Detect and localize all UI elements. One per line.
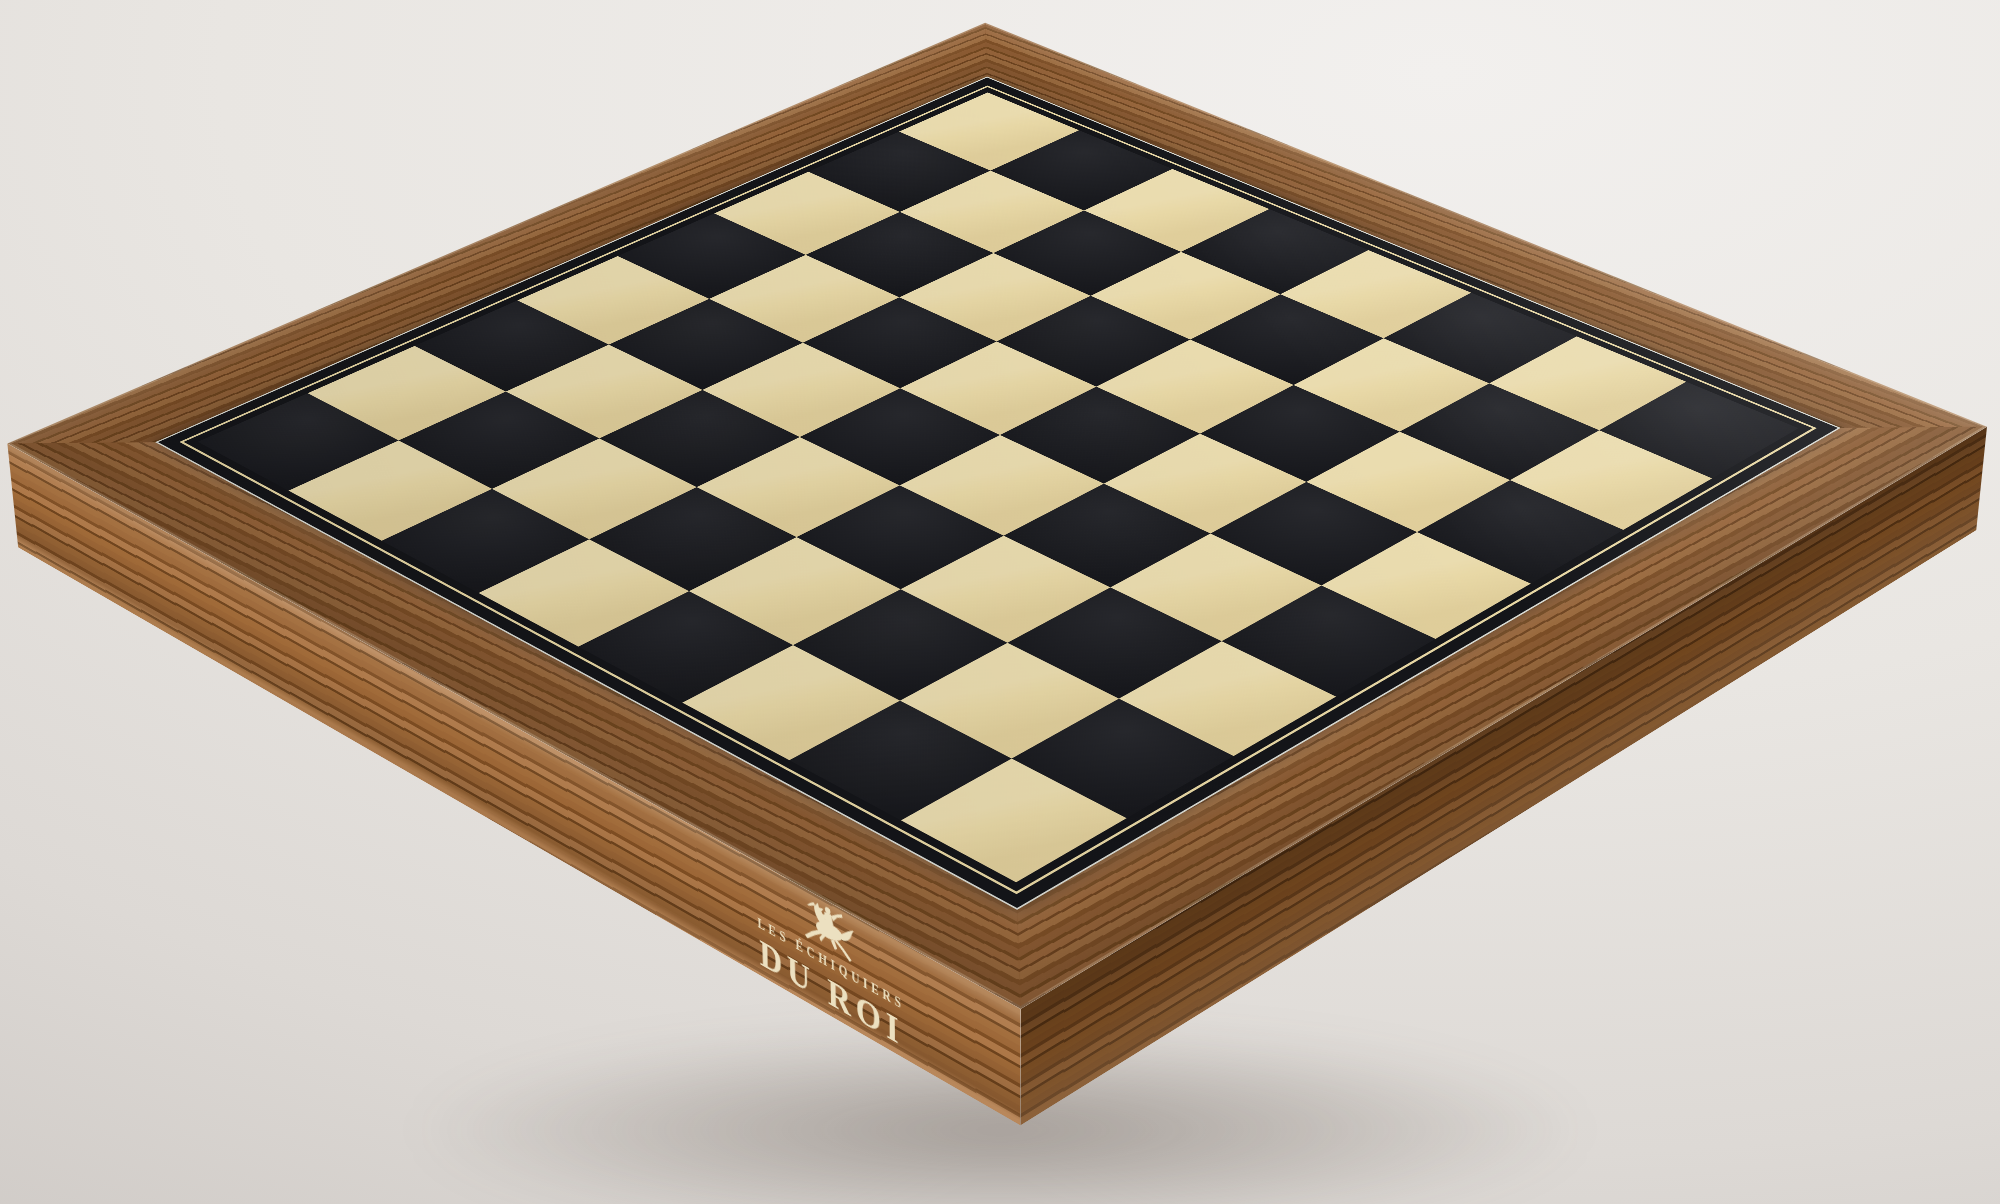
perspective-viewport: LES ÉCHIQUIERS DU ROI — [0, 0, 2000, 1204]
square-f1 — [682, 645, 900, 761]
chessboard: LES ÉCHIQUIERS DU ROI — [7, 23, 1987, 1009]
square-c2 — [492, 438, 696, 539]
square-e1 — [578, 591, 793, 703]
square-g3 — [1007, 587, 1221, 698]
square-h2 — [1012, 698, 1234, 818]
square-f4 — [1004, 483, 1211, 587]
square-d2 — [589, 487, 796, 591]
square-f2 — [793, 589, 1007, 700]
square-g1 — [789, 700, 1011, 820]
square-g2 — [900, 643, 1118, 758]
square-c1 — [382, 489, 590, 593]
square-d1 — [478, 539, 689, 647]
square-h5 — [1321, 532, 1531, 639]
square-e4 — [900, 435, 1103, 535]
frame-right-rail — [925, 390, 1987, 1009]
square-g4 — [1111, 534, 1321, 641]
square-d3 — [696, 437, 900, 537]
square-f5 — [1103, 433, 1306, 533]
square-g5 — [1210, 482, 1417, 586]
square-h4 — [1222, 585, 1436, 696]
square-e2 — [689, 537, 900, 645]
square-g6 — [1307, 432, 1510, 532]
square-h3 — [1119, 641, 1337, 756]
square-h1 — [901, 758, 1127, 882]
board-inlay — [155, 76, 1840, 909]
square-b1 — [288, 440, 492, 541]
square-h7 — [1510, 430, 1713, 530]
square-e3 — [797, 485, 1004, 589]
scene: LES ÉCHIQUIERS DU ROI — [0, 0, 2000, 1204]
square-f3 — [900, 535, 1111, 642]
square-h6 — [1417, 480, 1623, 583]
board-top-face — [7, 23, 1987, 1009]
frame-near-left-rail — [7, 405, 1112, 1009]
